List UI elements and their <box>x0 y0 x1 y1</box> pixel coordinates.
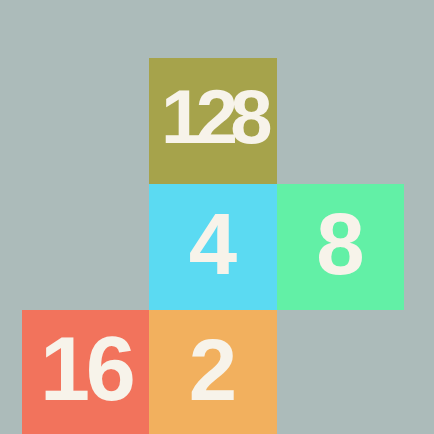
2048-board[interactable]: 12848162 <box>22 58 404 434</box>
tile-2: 2 <box>149 310 276 434</box>
game-screen: 12848162 <box>0 0 434 434</box>
tile-value: 16 <box>40 324 131 414</box>
tile-value: 4 <box>189 200 237 287</box>
tile-8: 8 <box>277 184 404 310</box>
tile-value: 8 <box>316 200 364 287</box>
tile-128: 128 <box>149 58 276 184</box>
tile-value: 128 <box>161 79 265 155</box>
tile-4: 4 <box>149 184 276 310</box>
tile-value: 2 <box>189 326 237 413</box>
tile-16: 16 <box>22 310 149 434</box>
